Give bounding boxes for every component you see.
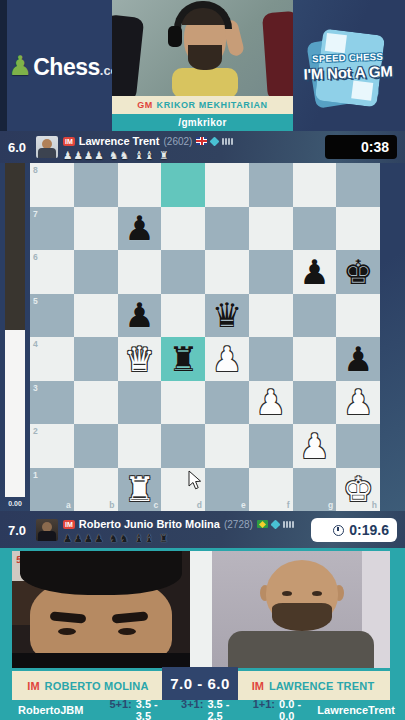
left-player-handle: RobertoJBM [18, 704, 83, 716]
square-c6[interactable] [118, 250, 162, 294]
pawn-logo-icon: ♟ [8, 52, 32, 79]
board-section: 0.00 87♟6♟♚5♟♛4♛♜♟♟3♟♟2♟1abc♜defgh♚ [0, 163, 405, 511]
piece-black-king-h6[interactable]: ♚ [336, 250, 380, 294]
match-stats-bar: RobertoJBM 5+1: 3.5 - 3.5 3+1: 3.5 - 2.5… [0, 700, 405, 720]
headphone-earcup [168, 26, 182, 47]
square-h4[interactable]: ♟ [336, 337, 380, 381]
left-player-name: ROBERTO MOLINA [45, 680, 149, 692]
commentator-handle-bar: /gmkrikor [112, 114, 293, 131]
segment-1plus1: 1+1: 0.0 - 0.0 [253, 698, 316, 720]
square-f6[interactable] [249, 250, 293, 294]
square-c5[interactable]: ♟ [118, 294, 162, 338]
square-e5[interactable]: ♛ [205, 294, 249, 338]
square-d4[interactable]: ♜ [161, 337, 205, 381]
square-f1[interactable]: f [249, 468, 293, 512]
square-h8[interactable] [336, 163, 380, 207]
signal-bars-icon [222, 138, 233, 145]
bottom-title-badge: IM [63, 520, 75, 529]
square-d3[interactable] [161, 381, 205, 425]
headphones-icon [174, 1, 232, 29]
header: ♟ Chess .com GM KRIKOR MEKHITARIAN /g [0, 0, 405, 131]
mouse-cursor-icon [188, 470, 202, 490]
square-h5[interactable] [336, 294, 380, 338]
square-f3[interactable]: ♟ [249, 381, 293, 425]
square-h6[interactable]: ♚ [336, 250, 380, 294]
top-clock-time: 0:38 [361, 139, 389, 155]
beard [272, 603, 332, 631]
square-f4[interactable] [249, 337, 293, 381]
square-d2[interactable] [161, 424, 205, 468]
stream-screen: ♟ Chess .com GM KRIKOR MEKHITARIAN /g [0, 0, 405, 720]
eye [118, 628, 136, 635]
speed-chess-logo: SPEED CHESS I'M Not A GM [296, 26, 401, 114]
square-a5[interactable]: 5 [30, 294, 74, 338]
file-label-g: g [328, 500, 333, 510]
right-player-title: IM [252, 680, 264, 692]
square-b5[interactable] [74, 294, 118, 338]
segment-label: 1+1: [253, 698, 275, 720]
piece-white-king-h1[interactable]: ♚ [336, 468, 380, 512]
eval-bar [5, 163, 25, 497]
piece-white-queen-c4[interactable]: ♛ [118, 337, 162, 381]
signal-bars-icon [283, 521, 294, 528]
square-c2[interactable] [118, 424, 162, 468]
roberto-webcam: 573 [12, 551, 190, 668]
bottom-player-bar: 7.0 IM Roberto Junio Brito Molina (2728)… [0, 511, 405, 548]
square-a1[interactable]: 1a [30, 468, 74, 512]
match-score: 7.0 - 6.0 [170, 675, 230, 692]
square-b6[interactable] [74, 250, 118, 294]
bottom-captured-pieces: ♟♟♟♟ ♞♞ ♝♝ ♜ [63, 532, 294, 544]
bottom-player-clock: 0:19.6 [311, 518, 397, 542]
piece-black-queen-e5[interactable]: ♛ [205, 294, 249, 338]
left-edge-shade [0, 0, 7, 131]
square-d7[interactable] [161, 207, 205, 251]
piece-white-pawn-g2[interactable]: ♟ [293, 424, 337, 468]
hair [20, 551, 182, 595]
board: 87♟6♟♚5♟♛4♛♜♟♟3♟♟2♟1abc♜defgh♚ [30, 163, 380, 511]
commentator-name-bar: GM KRIKOR MEKHITARIAN [112, 96, 293, 114]
rank-label-5: 5 [33, 296, 38, 306]
square-h7[interactable] [336, 207, 380, 251]
eye [58, 628, 76, 635]
square-a2[interactable]: 2 [30, 424, 74, 468]
eval-value: 0.00 [2, 500, 28, 507]
top-title-badge: IM [63, 137, 75, 146]
top-captured-pieces: ♟♟♟♟ ♞♞ ♝♝ ♜ [63, 149, 233, 161]
brazil-flag-icon [257, 520, 268, 528]
segment-3plus1: 3+1: 3.5 - 2.5 [181, 698, 244, 720]
square-d8[interactable] [161, 163, 205, 207]
square-e4[interactable]: ♟ [205, 337, 249, 381]
square-c8[interactable] [118, 163, 162, 207]
segment-5plus1: 5+1: 3.5 - 3.5 [109, 698, 172, 720]
piece-black-pawn-g6[interactable]: ♟ [293, 250, 337, 294]
file-label-d: d [197, 500, 202, 510]
clock-icon [333, 525, 344, 536]
square-f2[interactable] [249, 424, 293, 468]
square-g2[interactable]: ♟ [293, 424, 337, 468]
square-f8[interactable] [249, 163, 293, 207]
square-a7[interactable]: 7 [30, 207, 74, 251]
square-g3[interactable] [293, 381, 337, 425]
square-b8[interactable] [74, 163, 118, 207]
file-label-b: b [109, 500, 114, 510]
bottom-match-score: 7.0 [8, 523, 26, 538]
top-player-rating: (2602) [163, 136, 192, 147]
piece-white-pawn-h3[interactable]: ♟ [336, 381, 380, 425]
square-g1[interactable]: g [293, 468, 337, 512]
square-c1[interactable]: c♜ [118, 468, 162, 512]
event-logo-text: SPEED CHESS I'M Not A GM [296, 50, 399, 83]
file-label-a: a [66, 500, 71, 510]
segment-label: 5+1: [109, 698, 131, 720]
piece-black-pawn-h4[interactable]: ♟ [336, 337, 380, 381]
square-d5[interactable] [161, 294, 205, 338]
rank-label-7: 7 [33, 209, 38, 219]
commentator-handle: /gmkrikor [178, 117, 226, 128]
square-a8[interactable]: 8 [30, 163, 74, 207]
right-player-handle: LawrenceTrent [317, 704, 395, 716]
piece-white-pawn-f3[interactable]: ♟ [249, 381, 293, 425]
commentator-panel: GM KRIKOR MEKHITARIAN /gmkrikor [112, 0, 293, 131]
top-player-bar: 6.0 IM Lawrence Trent (2602) ♟♟♟♟ ♞♞ ♝♝ … [0, 131, 405, 163]
shirt [172, 68, 238, 96]
eval-black-share [5, 163, 25, 330]
square-b3[interactable] [74, 381, 118, 425]
square-g4[interactable] [293, 337, 337, 381]
square-e8[interactable] [205, 163, 249, 207]
top-player-clock: 0:38 [325, 135, 397, 159]
rank-label-8: 8 [33, 165, 38, 175]
square-f7[interactable] [249, 207, 293, 251]
piece-black-pawn-c5[interactable]: ♟ [118, 294, 162, 338]
england-flag-icon [196, 137, 207, 145]
segment-score: 0.0 - 0.0 [279, 698, 315, 720]
webcam-divider [190, 551, 212, 668]
eval-white-share [5, 330, 25, 497]
square-b2[interactable] [74, 424, 118, 468]
shoulders [228, 631, 374, 668]
segment-score: 3.5 - 3.5 [136, 698, 172, 720]
eye [312, 591, 322, 596]
square-e1[interactable]: e [205, 468, 249, 512]
lawrence-webcam [212, 551, 390, 668]
square-h3[interactable]: ♟ [336, 381, 380, 425]
square-c3[interactable] [118, 381, 162, 425]
event-line2: I'M Not A GM [297, 62, 400, 83]
piece-black-pawn-c7[interactable]: ♟ [118, 207, 162, 251]
square-d6[interactable] [161, 250, 205, 294]
square-e3[interactable] [205, 381, 249, 425]
square-h2[interactable] [336, 424, 380, 468]
square-b7[interactable] [74, 207, 118, 251]
piece-black-rook-d4[interactable]: ♜ [161, 337, 205, 381]
diamond-membership-icon [210, 136, 220, 146]
square-g5[interactable] [293, 294, 337, 338]
commentator-title: GM [137, 100, 152, 110]
square-a3[interactable]: 3 [30, 381, 74, 425]
rank-label-6: 6 [33, 252, 38, 262]
piece-white-rook-c1[interactable]: ♜ [118, 468, 162, 512]
rank-label-1: 1 [33, 470, 38, 480]
bottom-player-avatar [36, 519, 58, 541]
square-e2[interactable] [205, 424, 249, 468]
segment-label: 3+1: [181, 698, 203, 720]
rank-label-2: 2 [33, 426, 38, 436]
top-player-info: IM Lawrence Trent (2602) ♟♟♟♟ ♞♞ ♝♝ ♜ [63, 134, 233, 161]
chair-left [112, 14, 144, 96]
square-c4[interactable]: ♛ [118, 337, 162, 381]
square-a4[interactable]: 4 [30, 337, 74, 381]
beard [188, 45, 222, 70]
rank-label-4: 4 [33, 339, 38, 349]
square-a6[interactable]: 6 [30, 250, 74, 294]
square-c7[interactable]: ♟ [118, 207, 162, 251]
bottom-player-rating: (2728) [224, 519, 253, 530]
segment-scores: 5+1: 3.5 - 3.5 3+1: 3.5 - 2.5 1+1: 0.0 -… [109, 698, 315, 720]
square-f5[interactable] [249, 294, 293, 338]
square-b1[interactable]: b [74, 468, 118, 512]
right-player-name: LAWRENCE TRENT [269, 680, 374, 692]
bottom-player-name: Roberto Junio Brito Molina [79, 518, 220, 530]
match-score-box: 7.0 - 6.0 [162, 667, 238, 700]
top-match-score: 6.0 [8, 140, 26, 155]
segment-score: 3.5 - 2.5 [207, 698, 243, 720]
rank-label-3: 3 [33, 383, 38, 393]
file-label-f: f [287, 500, 290, 510]
piece-white-pawn-e4[interactable]: ♟ [205, 337, 249, 381]
top-player-name: Lawrence Trent [79, 135, 160, 147]
brand-chess-text: Chess [33, 54, 100, 81]
commentator-name: KRIKOR MEKHITARIAN [157, 100, 268, 110]
right-name-bar: IM LAWRENCE TRENT [212, 671, 390, 700]
shirt [12, 653, 190, 668]
eye [282, 591, 292, 596]
top-player-avatar [36, 136, 58, 158]
chair-right [262, 11, 293, 96]
commentator-webcam [112, 0, 293, 96]
left-player-title: IM [27, 680, 39, 692]
file-label-e: e [241, 500, 246, 510]
players-section: 573 IM ROBERTO MOLINA 7.0 - [0, 548, 405, 720]
bottom-clock-time: 0:19.6 [349, 522, 389, 538]
square-g8[interactable] [293, 163, 337, 207]
square-e6[interactable] [205, 250, 249, 294]
square-g7[interactable] [293, 207, 337, 251]
bottom-player-info: IM Roberto Junio Brito Molina (2728) ♟♟♟… [63, 517, 294, 544]
square-b4[interactable] [74, 337, 118, 381]
square-e7[interactable] [205, 207, 249, 251]
diamond-membership-icon [270, 519, 280, 529]
square-h1[interactable]: h♚ [336, 468, 380, 512]
square-g6[interactable]: ♟ [293, 250, 337, 294]
